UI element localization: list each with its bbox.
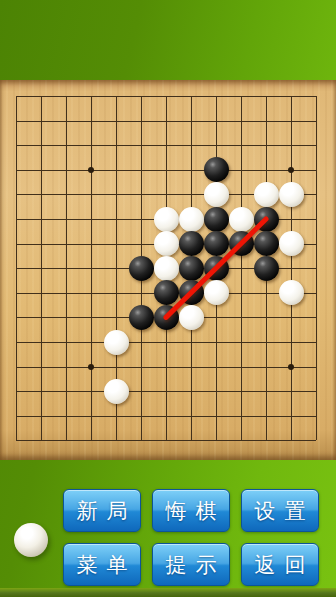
- stone-black: [254, 256, 279, 281]
- stone-black: [179, 231, 204, 256]
- settings-button[interactable]: 设置: [241, 489, 319, 532]
- stone-black: [154, 280, 179, 305]
- hint-label: 提示: [166, 551, 226, 579]
- undo-label: 悔棋: [166, 497, 226, 525]
- stone-white: [204, 280, 229, 305]
- star-point: [88, 167, 94, 173]
- stone-white: [254, 182, 279, 207]
- stone-black: [204, 256, 229, 281]
- back-label: 返回: [255, 551, 315, 579]
- stone-white: [154, 231, 179, 256]
- hint-button[interactable]: 提示: [152, 543, 230, 586]
- stone-white: [279, 280, 304, 305]
- stone-black: [129, 305, 154, 330]
- grid-line-vertical: [316, 96, 317, 440]
- board[interactable]: [0, 80, 336, 460]
- star-point: [88, 364, 94, 370]
- stone-white: [229, 207, 254, 232]
- stone-black: [254, 207, 279, 232]
- menu-button[interactable]: 菜单: [63, 543, 141, 586]
- undo-button[interactable]: 悔棋: [152, 489, 230, 532]
- app-screen: 新局 悔棋 设置 菜单 提示 返回: [0, 0, 336, 597]
- turn-indicator-white-stone: [14, 523, 48, 557]
- grid-line-horizontal: [16, 145, 316, 146]
- stone-white: [279, 182, 304, 207]
- stone-white: [154, 256, 179, 281]
- stone-white: [179, 305, 204, 330]
- grid-line-horizontal: [16, 440, 316, 441]
- stone-white: [179, 207, 204, 232]
- menu-label: 菜单: [77, 551, 137, 579]
- bottom-bar: [0, 588, 336, 597]
- settings-label: 设置: [255, 497, 315, 525]
- stone-black: [179, 280, 204, 305]
- stone-black: [204, 231, 229, 256]
- grid-line-horizontal: [16, 367, 316, 368]
- star-point: [288, 167, 294, 173]
- grid-line-horizontal: [16, 342, 316, 343]
- stone-white: [104, 330, 129, 355]
- stone-white: [154, 207, 179, 232]
- button-panel-row-1: 新局 悔棋 设置: [63, 489, 319, 532]
- new-game-button[interactable]: 新局: [63, 489, 141, 532]
- button-panel-row-2: 菜单 提示 返回: [63, 543, 319, 586]
- stone-black: [229, 231, 254, 256]
- stone-white: [204, 182, 229, 207]
- star-point: [288, 364, 294, 370]
- grid-line-horizontal: [16, 170, 316, 171]
- stone-black: [254, 231, 279, 256]
- stone-black: [179, 256, 204, 281]
- grid-line-horizontal: [16, 416, 316, 417]
- back-button[interactable]: 返回: [241, 543, 319, 586]
- stone-white: [104, 379, 129, 404]
- stone-black: [204, 207, 229, 232]
- stone-black: [129, 256, 154, 281]
- grid-line-horizontal: [16, 121, 316, 122]
- grid-line-horizontal: [16, 391, 316, 392]
- stone-black: [154, 305, 179, 330]
- stone-black: [204, 157, 229, 182]
- grid-line-horizontal: [16, 96, 316, 97]
- new-game-label: 新局: [77, 497, 137, 525]
- stone-white: [279, 231, 304, 256]
